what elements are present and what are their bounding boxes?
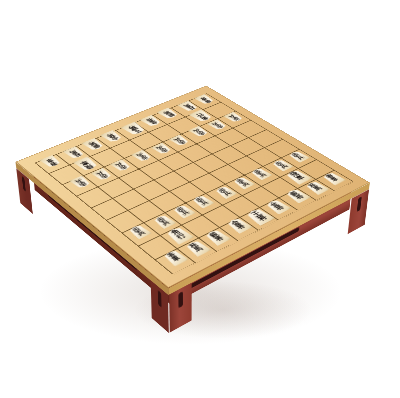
piece-pawn-sente: 歩兵 [287, 150, 310, 163]
piece-gold-gote: 金将 [139, 115, 162, 127]
kanji-glyph: 将 [256, 214, 269, 221]
kanji-glyph: 兵 [114, 162, 124, 167]
kanji-glyph: 行 [175, 233, 187, 240]
drop-shadow-inner [118, 282, 328, 344]
piece-pawn-sente: 歩兵 [191, 194, 215, 208]
piece-pawn-sente: 歩兵 [232, 176, 256, 190]
kanji-glyph: 兵 [172, 137, 181, 142]
kanji-glyph: 兵 [280, 164, 290, 169]
kanji-glyph: 馬 [182, 103, 191, 107]
piece-pawn-gote: 歩兵 [130, 150, 152, 163]
kanji-glyph: 行 [195, 112, 205, 117]
piece-pawn-gote: 歩兵 [150, 143, 172, 155]
kanji-glyph: 兵 [181, 210, 191, 216]
piece-knight-sente: 桂馬 [184, 239, 212, 257]
kanji-glyph: 馬 [68, 149, 77, 154]
kanji-glyph: 将 [235, 223, 246, 230]
kanji-glyph: 将 [214, 235, 225, 242]
kanji-glyph: 兵 [136, 230, 147, 236]
piece-king-sente: 王将 [244, 207, 275, 226]
piece-king-gote: 玉将 [120, 122, 147, 137]
leg-slot [158, 290, 162, 308]
kanji-glyph: 兵 [161, 220, 171, 226]
piece-pawn-gote: 歩兵 [90, 168, 113, 181]
leg-slot [22, 176, 26, 192]
kanji-glyph: 兵 [192, 128, 201, 133]
piece-silver-gote: 銀将 [81, 138, 105, 151]
kanji-glyph: 馬 [194, 246, 205, 253]
piece-rook-gote: 飛車 [73, 157, 100, 172]
kanji-glyph: 馬 [314, 186, 324, 192]
piece-bishop-sente: 角行 [164, 226, 194, 245]
kanji-glyph: 兵 [227, 114, 236, 119]
piece-silver-sente: 銀将 [203, 228, 231, 246]
piece-knight-sente: 桂馬 [304, 180, 330, 195]
kanji-glyph: 兵 [155, 145, 164, 150]
piece-pawn-sente: 歩兵 [127, 224, 152, 240]
piece-pawn-gote: 歩兵 [69, 176, 92, 190]
kanji-glyph: 将 [274, 205, 285, 211]
piece-gold-sente: 金将 [264, 198, 291, 214]
kanji-glyph: 車 [79, 160, 90, 166]
kanji-glyph: 兵 [241, 181, 251, 187]
piece-pawn-gote: 歩兵 [206, 119, 228, 130]
leg-slot [178, 291, 183, 308]
kanji-glyph: 車 [295, 175, 306, 181]
kanji-glyph: 兵 [73, 178, 83, 184]
leg-slot [357, 196, 362, 212]
piece-silver-gote: 銀将 [156, 108, 179, 120]
kanji-glyph: 車 [45, 158, 54, 163]
kanji-glyph: 車 [199, 96, 208, 100]
piece-lance-sente: 香車 [161, 249, 188, 267]
piece-lance-sente: 香車 [321, 171, 346, 185]
kanji-glyph: 兵 [258, 172, 268, 178]
kanji-glyph: 将 [294, 194, 305, 200]
piece-rook-sente: 飛車 [284, 169, 312, 185]
piece-pawn-sente: 歩兵 [214, 185, 238, 199]
piece-bishop-gote: 角行 [189, 110, 214, 123]
piece-pawn-sente: 歩兵 [249, 167, 272, 180]
piece-silver-sente: 銀将 [284, 188, 311, 204]
kanji-glyph: 兵 [135, 152, 144, 157]
piece-gold-sente: 金将 [225, 217, 253, 234]
piece-gold-gote: 金将 [100, 130, 124, 143]
kanji-glyph: 兵 [95, 171, 105, 176]
piece-pawn-gote: 歩兵 [188, 126, 210, 138]
piece-knight-gote: 桂馬 [62, 146, 86, 159]
piece-pawn-gote: 歩兵 [109, 159, 132, 172]
piece-lance-gote: 香車 [39, 155, 62, 168]
piece-pawn-sente: 歩兵 [271, 159, 294, 172]
kanji-glyph: 車 [172, 256, 183, 263]
kanji-glyph: 兵 [223, 191, 233, 197]
pieces-layer: 香車桂馬銀将金将玉将金将銀将桂馬香車飛車角行歩兵歩兵歩兵歩兵歩兵歩兵歩兵歩兵歩兵… [35, 94, 352, 274]
kanji-glyph: 兵 [210, 122, 219, 127]
kanji-glyph: 車 [330, 177, 340, 183]
kanji-glyph: 兵 [296, 155, 306, 160]
piece-pawn-sente: 歩兵 [152, 214, 177, 229]
product-photo: 香車桂馬銀将金将玉将金将銀将桂馬香車飛車角行歩兵歩兵歩兵歩兵歩兵歩兵歩兵歩兵歩兵… [0, 0, 400, 398]
piece-pawn-gote: 歩兵 [168, 135, 190, 147]
piece-pawn-sente: 歩兵 [171, 204, 195, 219]
kanji-glyph: 兵 [200, 200, 210, 206]
